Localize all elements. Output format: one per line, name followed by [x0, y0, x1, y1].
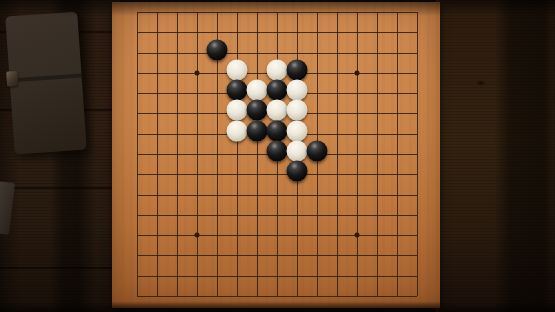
- notebook-clasp: [6, 71, 18, 87]
- stone-white[interactable]: [267, 59, 288, 80]
- grid-line-vertical: [397, 12, 398, 296]
- stone-white[interactable]: [287, 80, 308, 101]
- stone-black[interactable]: [307, 141, 328, 162]
- star-point: [355, 233, 360, 238]
- wood-knot: [476, 80, 486, 86]
- grid-line-vertical: [377, 12, 378, 296]
- stone-black[interactable]: [267, 80, 288, 101]
- stone-white[interactable]: [227, 120, 248, 141]
- grid-line-horizontal: [137, 255, 417, 256]
- stone-black[interactable]: [227, 80, 248, 101]
- tabletop-scene: [0, 0, 555, 312]
- star-point: [195, 70, 200, 75]
- stone-black[interactable]: [287, 59, 308, 80]
- plank-seam: [0, 267, 120, 269]
- grid-line-horizontal: [137, 174, 417, 175]
- stone-white[interactable]: [247, 80, 268, 101]
- stone-white[interactable]: [287, 141, 308, 162]
- stone-black[interactable]: [267, 120, 288, 141]
- grid-line-vertical: [417, 12, 418, 296]
- grid-line-horizontal: [137, 215, 417, 216]
- grid-line-horizontal: [137, 195, 417, 196]
- board-grid[interactable]: [137, 12, 417, 296]
- stone-white[interactable]: [227, 100, 248, 121]
- stone-white[interactable]: [267, 100, 288, 121]
- stone-white[interactable]: [287, 120, 308, 141]
- board-front-edge: [112, 301, 440, 308]
- grid-line-horizontal: [137, 276, 417, 277]
- plank-seam: [0, 187, 120, 189]
- notebook-strap: [10, 74, 82, 83]
- stone-black[interactable]: [267, 141, 288, 162]
- stone-white[interactable]: [227, 59, 248, 80]
- leather-notebook: [5, 12, 86, 155]
- go-board[interactable]: [112, 2, 440, 308]
- stone-black[interactable]: [247, 100, 268, 121]
- stone-black[interactable]: [287, 161, 308, 182]
- star-point: [195, 233, 200, 238]
- grid-line-vertical: [337, 12, 338, 296]
- stone-white[interactable]: [287, 100, 308, 121]
- grid-line-vertical: [357, 12, 358, 296]
- table-surface-right: [436, 0, 555, 312]
- stone-black[interactable]: [207, 39, 228, 60]
- grid-line-horizontal: [137, 296, 417, 297]
- grid-line-horizontal: [137, 235, 417, 236]
- star-point: [355, 70, 360, 75]
- stone-black[interactable]: [247, 120, 268, 141]
